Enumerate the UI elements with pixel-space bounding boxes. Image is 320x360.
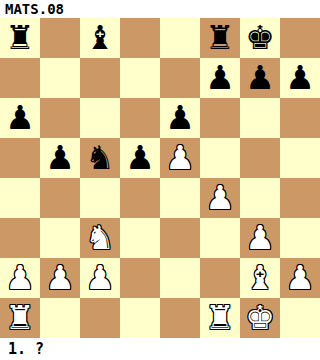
square-c7[interactable] [80,58,120,98]
square-c2[interactable]: ♟ [80,258,120,298]
square-d6[interactable] [120,98,160,138]
square-f3[interactable] [200,218,240,258]
black-pawn: ♟ [45,138,75,178]
white-pawn: ♟ [245,218,275,258]
white-bishop: ♝ [245,258,275,298]
white-rook: ♜ [5,298,35,338]
square-c8[interactable]: ♝ [80,18,120,58]
square-b3[interactable] [40,218,80,258]
square-g1[interactable]: ♚ [240,298,280,338]
white-pawn: ♟ [5,258,35,298]
square-e1[interactable] [160,298,200,338]
square-d1[interactable] [120,298,160,338]
white-knight: ♞ [85,218,115,258]
white-pawn: ♟ [205,178,235,218]
square-h2[interactable]: ♟ [280,258,320,298]
square-c6[interactable] [80,98,120,138]
square-g3[interactable]: ♟ [240,218,280,258]
square-a5[interactable] [0,138,40,178]
black-king: ♚ [245,18,275,58]
white-rook: ♜ [205,298,235,338]
move-prompt: 1. ? [0,338,320,360]
square-a6[interactable]: ♟ [0,98,40,138]
square-e7[interactable] [160,58,200,98]
square-f6[interactable] [200,98,240,138]
square-f7[interactable]: ♟ [200,58,240,98]
square-h8[interactable] [280,18,320,58]
chess-board: ♜♝♜♚♟♟♟♟♟♟♞♟♟♟♞♟♟♟♟♝♟♜♜♚ [0,18,320,338]
square-b4[interactable] [40,178,80,218]
square-a8[interactable]: ♜ [0,18,40,58]
square-c3[interactable]: ♞ [80,218,120,258]
square-b7[interactable] [40,58,80,98]
square-h4[interactable] [280,178,320,218]
square-a1[interactable]: ♜ [0,298,40,338]
square-f4[interactable]: ♟ [200,178,240,218]
square-d4[interactable] [120,178,160,218]
white-pawn: ♟ [285,258,315,298]
square-f8[interactable]: ♜ [200,18,240,58]
square-c1[interactable] [80,298,120,338]
square-h1[interactable] [280,298,320,338]
square-f5[interactable] [200,138,240,178]
square-g2[interactable]: ♝ [240,258,280,298]
square-a3[interactable] [0,218,40,258]
white-pawn: ♟ [165,138,195,178]
square-e8[interactable] [160,18,200,58]
white-pawn: ♟ [45,258,75,298]
black-rook: ♜ [5,18,35,58]
square-h6[interactable] [280,98,320,138]
square-c5[interactable]: ♞ [80,138,120,178]
square-e5[interactable]: ♟ [160,138,200,178]
square-d2[interactable] [120,258,160,298]
black-pawn: ♟ [165,98,195,138]
black-knight: ♞ [85,138,115,178]
square-d8[interactable] [120,18,160,58]
square-g7[interactable]: ♟ [240,58,280,98]
square-b1[interactable] [40,298,80,338]
square-a2[interactable]: ♟ [0,258,40,298]
square-e3[interactable] [160,218,200,258]
square-a4[interactable] [0,178,40,218]
square-f1[interactable]: ♜ [200,298,240,338]
square-e4[interactable] [160,178,200,218]
square-h5[interactable] [280,138,320,178]
square-d7[interactable] [120,58,160,98]
square-e2[interactable] [160,258,200,298]
black-pawn: ♟ [125,138,155,178]
square-e6[interactable]: ♟ [160,98,200,138]
square-b5[interactable]: ♟ [40,138,80,178]
square-h7[interactable]: ♟ [280,58,320,98]
square-b8[interactable] [40,18,80,58]
square-g8[interactable]: ♚ [240,18,280,58]
square-g5[interactable] [240,138,280,178]
puzzle-title: MATS.08 [0,0,320,18]
black-pawn: ♟ [205,58,235,98]
square-d5[interactable]: ♟ [120,138,160,178]
black-rook: ♜ [205,18,235,58]
square-a7[interactable] [0,58,40,98]
square-f2[interactable] [200,258,240,298]
square-g6[interactable] [240,98,280,138]
square-b2[interactable]: ♟ [40,258,80,298]
square-h3[interactable] [280,218,320,258]
white-king: ♚ [245,298,275,338]
black-pawn: ♟ [245,58,275,98]
square-g4[interactable] [240,178,280,218]
black-bishop: ♝ [85,18,115,58]
black-pawn: ♟ [5,98,35,138]
square-c4[interactable] [80,178,120,218]
black-pawn: ♟ [285,58,315,98]
square-d3[interactable] [120,218,160,258]
chess-puzzle-page: MATS.08 ♜♝♜♚♟♟♟♟♟♟♞♟♟♟♞♟♟♟♟♝♟♜♜♚ 1. ? [0,0,320,360]
white-pawn: ♟ [85,258,115,298]
square-b6[interactable] [40,98,80,138]
